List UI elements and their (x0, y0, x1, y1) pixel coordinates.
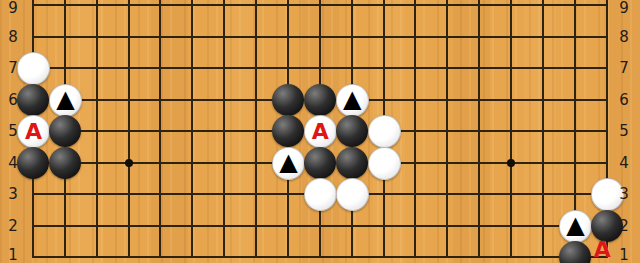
board-point[interactable] (145, 84, 177, 116)
board-point[interactable] (81, 147, 113, 179)
board-point[interactable] (527, 210, 559, 242)
board-point[interactable] (463, 241, 495, 263)
board-point[interactable] (495, 178, 527, 210)
triangle-mark-icon: ▲ (279, 150, 297, 174)
board-point[interactable] (368, 21, 400, 53)
white-stone[interactable]: ▲ (272, 147, 305, 180)
white-stone[interactable] (368, 147, 401, 180)
board-point[interactable] (240, 21, 272, 53)
board-point[interactable] (368, 241, 400, 263)
board-point[interactable] (49, 52, 81, 84)
board-point[interactable] (559, 178, 591, 210)
white-stone[interactable]: ▲ (49, 84, 82, 117)
board-point[interactable] (336, 115, 368, 147)
black-stone[interactable] (336, 115, 368, 147)
board-point[interactable] (240, 84, 272, 116)
black-stone[interactable] (272, 84, 304, 116)
board-point[interactable] (527, 84, 559, 116)
board-point[interactable] (431, 147, 463, 179)
board-point[interactable] (400, 210, 432, 242)
board-point[interactable] (527, 21, 559, 53)
board-point[interactable] (145, 147, 177, 179)
board-point[interactable] (176, 147, 208, 179)
board-point[interactable] (463, 52, 495, 84)
triangle-mark-icon: ▲ (566, 213, 584, 237)
black-stone[interactable] (304, 84, 336, 116)
board-point[interactable] (81, 52, 113, 84)
board-point[interactable] (431, 241, 463, 263)
board-point[interactable] (559, 0, 591, 21)
white-stone[interactable] (336, 178, 369, 211)
board-point[interactable] (113, 52, 145, 84)
board-point[interactable] (495, 210, 527, 242)
board-point[interactable] (208, 84, 240, 116)
board-point[interactable] (272, 241, 304, 263)
board-point[interactable] (176, 21, 208, 53)
label-A: A (25, 121, 42, 143)
board-point[interactable] (527, 0, 559, 21)
board-point[interactable] (400, 147, 432, 179)
star-point (125, 159, 133, 167)
board-point[interactable] (176, 115, 208, 147)
board-point[interactable] (145, 52, 177, 84)
board-point[interactable] (495, 241, 527, 263)
board-point[interactable] (81, 210, 113, 242)
label-A: A (594, 239, 611, 261)
board-point[interactable] (49, 241, 81, 263)
row-label-left-1: 1 (0, 247, 26, 263)
white-stone[interactable] (304, 178, 337, 211)
board-point[interactable] (463, 210, 495, 242)
row-label-left-2: 2 (0, 218, 26, 234)
board-point[interactable] (240, 210, 272, 242)
board-point[interactable] (208, 21, 240, 53)
board-point[interactable] (368, 115, 400, 147)
board-point[interactable] (559, 21, 591, 53)
board-point[interactable] (240, 178, 272, 210)
board-point[interactable] (463, 21, 495, 53)
row-label-right-5: 5 (611, 123, 637, 139)
board-point[interactable] (113, 115, 145, 147)
row-label-right-8: 8 (611, 29, 637, 45)
row-label-left-7: 7 (0, 60, 26, 76)
triangle-mark-icon: ▲ (56, 87, 74, 111)
row-label-right-7: 7 (611, 60, 637, 76)
board-point[interactable] (304, 52, 336, 84)
row-label-left-9: 9 (0, 0, 26, 16)
board-point[interactable] (176, 52, 208, 84)
board-point[interactable] (304, 147, 336, 179)
board-point[interactable] (527, 147, 559, 179)
board-point[interactable] (145, 210, 177, 242)
board-point[interactable] (431, 115, 463, 147)
board-point[interactable] (400, 84, 432, 116)
board-point[interactable] (240, 147, 272, 179)
board-point[interactable] (81, 84, 113, 116)
board-point[interactable] (208, 52, 240, 84)
board-point[interactable]: ▲ (49, 84, 81, 116)
board-point[interactable] (527, 178, 559, 210)
board-point[interactable]: A (304, 115, 336, 147)
board-point[interactable] (495, 147, 527, 179)
black-stone[interactable] (336, 147, 368, 179)
board-point[interactable] (113, 0, 145, 21)
board-point[interactable] (400, 115, 432, 147)
board-point[interactable] (431, 0, 463, 21)
board-point[interactable] (304, 84, 336, 116)
board-point[interactable] (81, 0, 113, 21)
white-stone[interactable] (368, 115, 401, 148)
board-point[interactable] (559, 147, 591, 179)
board-point[interactable] (431, 52, 463, 84)
board-point[interactable] (336, 21, 368, 53)
board-point[interactable] (113, 210, 145, 242)
board-point[interactable] (400, 178, 432, 210)
triangle-mark-icon: ▲ (343, 87, 361, 111)
board-point[interactable] (208, 0, 240, 21)
board-point[interactable] (527, 52, 559, 84)
board-point[interactable] (113, 21, 145, 53)
board-point[interactable] (113, 84, 145, 116)
board-point[interactable] (272, 52, 304, 84)
board-point[interactable] (240, 52, 272, 84)
board-point[interactable]: ▲ (272, 147, 304, 179)
board-point[interactable] (400, 241, 432, 263)
black-stone[interactable] (49, 115, 81, 147)
board-point[interactable] (49, 0, 81, 21)
board-point[interactable] (495, 0, 527, 21)
board-point[interactable] (463, 0, 495, 21)
board-point[interactable] (368, 178, 400, 210)
board-point[interactable] (400, 0, 432, 21)
board-point[interactable] (145, 241, 177, 263)
board-point[interactable] (527, 115, 559, 147)
board-point[interactable] (463, 178, 495, 210)
board-point[interactable] (176, 210, 208, 242)
board-point[interactable] (559, 115, 591, 147)
board-point[interactable] (49, 178, 81, 210)
board-point[interactable] (81, 241, 113, 263)
board-point[interactable] (431, 210, 463, 242)
row-label-left-6: 6 (0, 92, 26, 108)
board-point[interactable] (400, 21, 432, 53)
board-point[interactable] (208, 210, 240, 242)
board-point[interactable] (336, 178, 368, 210)
board-point[interactable] (304, 178, 336, 210)
board-point[interactable] (81, 115, 113, 147)
board-point[interactable] (336, 147, 368, 179)
board-point[interactable]: ▲ (336, 84, 368, 116)
board-point[interactable] (176, 84, 208, 116)
board-point[interactable] (559, 52, 591, 84)
board-point[interactable] (176, 0, 208, 21)
board-point[interactable] (463, 115, 495, 147)
row-label-right-6: 6 (611, 92, 637, 108)
label-A: A (312, 121, 329, 143)
board-point[interactable] (272, 0, 304, 21)
row-label-right-4: 4 (611, 155, 637, 171)
black-stone[interactable] (304, 147, 336, 179)
go-board-diagram: ▲▲AA▲▲A 998877665544332211 (0, 0, 640, 263)
board-point[interactable] (304, 241, 336, 263)
board-point[interactable] (495, 115, 527, 147)
row-label-right-1: 1 (611, 247, 637, 263)
white-stone[interactable]: ▲ (336, 84, 369, 117)
board-point[interactable]: ▲ (559, 210, 591, 242)
board-point[interactable] (113, 241, 145, 263)
board-point[interactable] (272, 178, 304, 210)
board-point[interactable] (559, 241, 591, 263)
board-point[interactable] (176, 241, 208, 263)
board-point[interactable] (272, 84, 304, 116)
row-label-left-4: 4 (0, 155, 26, 171)
board-point[interactable] (559, 84, 591, 116)
board-point[interactable] (176, 178, 208, 210)
board-point[interactable] (240, 241, 272, 263)
white-stone[interactable]: A (304, 115, 337, 148)
board-point[interactable] (431, 21, 463, 53)
board-point[interactable] (145, 115, 177, 147)
board-point[interactable] (81, 21, 113, 53)
board-point[interactable] (336, 210, 368, 242)
row-label-right-2: 2 (611, 218, 637, 234)
board-point[interactable] (336, 241, 368, 263)
board-point[interactable] (431, 178, 463, 210)
board-point[interactable] (208, 241, 240, 263)
board-point[interactable] (49, 115, 81, 147)
board-point[interactable] (208, 178, 240, 210)
board-point[interactable] (304, 210, 336, 242)
board-point[interactable] (49, 21, 81, 53)
row-label-left-3: 3 (0, 186, 26, 202)
board-point[interactable] (368, 52, 400, 84)
board-point[interactable] (304, 0, 336, 21)
board-point[interactable] (272, 210, 304, 242)
board-point[interactable] (49, 147, 81, 179)
board-point[interactable] (113, 147, 145, 179)
board-point[interactable] (145, 21, 177, 53)
row-label-right-9: 9 (611, 0, 637, 16)
black-stone[interactable] (49, 147, 81, 179)
board-point[interactable] (49, 210, 81, 242)
star-point (507, 159, 515, 167)
row-label-right-3: 3 (611, 186, 637, 202)
board-point[interactable] (208, 115, 240, 147)
board-point[interactable] (368, 147, 400, 179)
row-label-left-5: 5 (0, 123, 26, 139)
board-point[interactable] (495, 52, 527, 84)
board-point[interactable] (240, 0, 272, 21)
board-point[interactable] (240, 115, 272, 147)
board-point[interactable] (368, 84, 400, 116)
board-point[interactable] (368, 210, 400, 242)
board-point[interactable] (495, 21, 527, 53)
board-point[interactable] (527, 241, 559, 263)
row-label-left-8: 8 (0, 29, 26, 45)
board-point[interactable] (272, 115, 304, 147)
board-point[interactable] (336, 52, 368, 84)
board-point[interactable] (272, 21, 304, 53)
board-point[interactable] (463, 147, 495, 179)
board-point[interactable] (145, 178, 177, 210)
black-stone[interactable] (272, 115, 304, 147)
board-point[interactable] (400, 52, 432, 84)
board-point[interactable] (463, 84, 495, 116)
board-point[interactable] (304, 21, 336, 53)
board-point[interactable] (113, 178, 145, 210)
black-stone[interactable] (559, 241, 591, 263)
board-point[interactable] (208, 147, 240, 179)
board-point[interactable] (495, 84, 527, 116)
board-point[interactable] (431, 84, 463, 116)
go-board: ▲▲AA▲▲A (17, 0, 623, 263)
white-stone[interactable]: ▲ (559, 210, 592, 243)
board-point[interactable] (336, 0, 368, 21)
board-point[interactable] (81, 178, 113, 210)
board-point[interactable] (145, 0, 177, 21)
board-point[interactable] (368, 0, 400, 21)
